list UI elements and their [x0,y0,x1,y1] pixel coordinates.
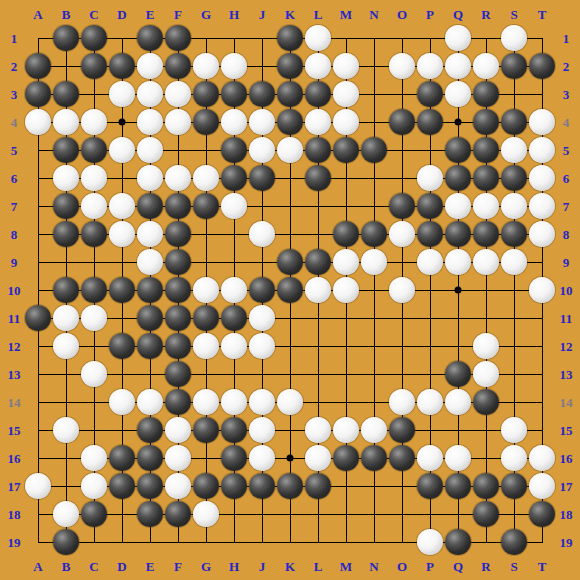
stone-black[interactable] [417,473,443,499]
stone-black[interactable] [277,473,303,499]
stone-white[interactable] [53,333,79,359]
stone-white[interactable] [137,53,163,79]
stone-black[interactable] [277,53,303,79]
stone-black[interactable] [109,333,135,359]
stone-white[interactable] [109,137,135,163]
stone-white[interactable] [137,249,163,275]
row-label-left-4: 4 [11,116,18,129]
stone-black[interactable] [165,361,191,387]
stone-white[interactable] [333,249,359,275]
col-label-bottom-F: F [174,560,182,573]
stone-white[interactable] [529,165,555,191]
stone-black[interactable] [305,81,331,107]
col-label-bottom-M: M [340,560,352,573]
stone-black[interactable] [417,193,443,219]
row-label-left-19: 19 [8,536,21,549]
stone-black[interactable] [193,109,219,135]
stone-white[interactable] [445,193,471,219]
stone-black[interactable] [445,137,471,163]
stone-black[interactable] [473,221,499,247]
stone-white[interactable] [501,445,527,471]
stone-black[interactable] [389,417,415,443]
stone-white[interactable] [249,109,275,135]
stone-black[interactable] [25,305,51,331]
stone-black[interactable] [137,305,163,331]
row-label-left-10: 10 [8,284,21,297]
stone-black[interactable] [193,473,219,499]
stone-white[interactable] [193,333,219,359]
stone-white[interactable] [81,109,107,135]
stone-black[interactable] [109,445,135,471]
col-label-bottom-J: J [259,560,266,573]
stone-black[interactable] [501,221,527,247]
stone-white[interactable] [53,165,79,191]
stone-black[interactable] [221,417,247,443]
col-label-bottom-O: O [397,560,407,573]
stone-black[interactable] [165,25,191,51]
stone-white[interactable] [361,417,387,443]
stone-white[interactable] [417,165,443,191]
stone-black[interactable] [109,53,135,79]
col-label-bottom-T: T [538,560,547,573]
row-label-left-18: 18 [8,508,21,521]
stone-white[interactable] [417,529,443,555]
stone-black[interactable] [165,389,191,415]
stone-white[interactable] [529,221,555,247]
stone-white[interactable] [529,277,555,303]
stone-white[interactable] [473,361,499,387]
stone-black[interactable] [501,473,527,499]
stone-white[interactable] [361,249,387,275]
stone-black[interactable] [417,109,443,135]
stone-white[interactable] [445,445,471,471]
stone-white[interactable] [193,389,219,415]
stone-black[interactable] [501,53,527,79]
stone-white[interactable] [473,53,499,79]
row-label-right-18: 18 [560,508,573,521]
row-label-right-4: 4 [563,116,570,129]
stone-black[interactable] [81,25,107,51]
col-label-bottom-Q: Q [453,560,463,573]
col-label-top-O: O [397,8,407,21]
stone-white[interactable] [501,193,527,219]
stone-black[interactable] [277,25,303,51]
row-label-left-17: 17 [8,480,21,493]
stone-black[interactable] [305,137,331,163]
row-label-right-12: 12 [560,340,573,353]
row-label-left-6: 6 [11,172,18,185]
stone-black[interactable] [389,445,415,471]
stone-black[interactable] [25,81,51,107]
stone-black[interactable] [221,137,247,163]
row-label-left-7: 7 [11,200,18,213]
stone-black[interactable] [53,81,79,107]
stone-black[interactable] [193,81,219,107]
col-label-bottom-K: K [285,560,295,573]
stone-black[interactable] [361,137,387,163]
stone-white[interactable] [389,221,415,247]
stone-white[interactable] [221,389,247,415]
row-label-left-15: 15 [8,424,21,437]
stone-white[interactable] [333,53,359,79]
stone-white[interactable] [109,193,135,219]
stone-white[interactable] [529,473,555,499]
row-label-left-3: 3 [11,88,18,101]
row-label-left-5: 5 [11,144,18,157]
stone-white[interactable] [529,137,555,163]
stone-black[interactable] [445,221,471,247]
stone-black[interactable] [445,361,471,387]
col-label-bottom-L: L [314,560,323,573]
stone-white[interactable] [389,53,415,79]
stone-black[interactable] [473,109,499,135]
stone-black[interactable] [165,501,191,527]
stone-black[interactable] [165,333,191,359]
stone-white[interactable] [277,389,303,415]
stone-white[interactable] [501,137,527,163]
stone-black[interactable] [137,25,163,51]
stone-white[interactable] [501,25,527,51]
col-label-bottom-P: P [426,560,434,573]
stone-white[interactable] [389,277,415,303]
stone-white[interactable] [193,501,219,527]
col-label-bottom-C: C [89,560,98,573]
row-label-left-11: 11 [8,312,20,325]
stone-white[interactable] [165,109,191,135]
row-label-left-13: 13 [8,368,21,381]
stone-black[interactable] [501,165,527,191]
col-label-top-P: P [426,8,434,21]
row-label-right-5: 5 [563,144,570,157]
stone-black[interactable] [417,221,443,247]
stone-white[interactable] [389,389,415,415]
stone-black[interactable] [389,109,415,135]
col-label-bottom-A: A [33,560,42,573]
stone-black[interactable] [473,473,499,499]
stone-white[interactable] [529,193,555,219]
stone-white[interactable] [333,109,359,135]
stone-black[interactable] [221,445,247,471]
stone-black[interactable] [417,81,443,107]
stone-white[interactable] [445,389,471,415]
stone-black[interactable] [53,221,79,247]
col-label-top-L: L [314,8,323,21]
stone-white[interactable] [25,109,51,135]
stone-white[interactable] [221,193,247,219]
stone-black[interactable] [305,473,331,499]
star-point-K16 [287,455,294,462]
stone-black[interactable] [165,193,191,219]
stone-white[interactable] [249,305,275,331]
stone-white[interactable] [249,333,275,359]
stone-white[interactable] [249,221,275,247]
stone-white[interactable] [529,445,555,471]
stone-black[interactable] [137,501,163,527]
stone-black[interactable] [501,109,527,135]
stone-black[interactable] [249,473,275,499]
stone-black[interactable] [389,193,415,219]
col-label-bottom-G: G [201,560,211,573]
stone-white[interactable] [333,81,359,107]
row-label-left-12: 12 [8,340,21,353]
stone-white[interactable] [193,165,219,191]
stone-white[interactable] [165,417,191,443]
col-label-top-M: M [340,8,352,21]
row-label-right-11: 11 [560,312,572,325]
stone-white[interactable] [165,473,191,499]
stone-black[interactable] [53,25,79,51]
stone-white[interactable] [165,165,191,191]
stone-white[interactable] [417,249,443,275]
stone-white[interactable] [249,417,275,443]
stone-white[interactable] [249,445,275,471]
stone-white[interactable] [277,137,303,163]
stone-black[interactable] [193,193,219,219]
col-label-top-F: F [174,8,182,21]
row-label-right-15: 15 [560,424,573,437]
col-label-top-E: E [146,8,155,21]
stone-white[interactable] [221,333,247,359]
stone-white[interactable] [305,109,331,135]
stone-black[interactable] [165,277,191,303]
stone-black[interactable] [221,305,247,331]
stone-white[interactable] [137,165,163,191]
stone-white[interactable] [305,25,331,51]
stone-white[interactable] [333,417,359,443]
stone-black[interactable] [221,473,247,499]
stone-black[interactable] [53,193,79,219]
stone-white[interactable] [53,417,79,443]
stone-black[interactable] [25,53,51,79]
row-label-left-8: 8 [11,228,18,241]
stone-black[interactable] [137,417,163,443]
stone-black[interactable] [277,109,303,135]
col-label-top-R: R [481,8,490,21]
stone-black[interactable] [529,53,555,79]
stone-black[interactable] [109,277,135,303]
stone-white[interactable] [501,417,527,443]
stone-black[interactable] [165,249,191,275]
stone-white[interactable] [473,249,499,275]
stone-white[interactable] [249,137,275,163]
stone-black[interactable] [249,277,275,303]
stone-white[interactable] [81,165,107,191]
col-label-top-T: T [538,8,547,21]
row-label-right-16: 16 [560,452,573,465]
row-label-right-13: 13 [560,368,573,381]
stone-white[interactable] [473,333,499,359]
stone-white[interactable] [109,389,135,415]
col-label-top-Q: Q [453,8,463,21]
col-label-bottom-E: E [146,560,155,573]
row-label-right-6: 6 [563,172,570,185]
col-label-top-K: K [285,8,295,21]
stone-white[interactable] [445,53,471,79]
stone-black[interactable] [249,81,275,107]
stone-white[interactable] [137,81,163,107]
stone-white[interactable] [25,473,51,499]
go-board[interactable]: AA11BB22CC33DD44EE55FF66GG77HH88JJ99KK10… [0,0,580,580]
stone-white[interactable] [333,277,359,303]
stone-black[interactable] [445,473,471,499]
stone-black[interactable] [165,305,191,331]
col-label-top-H: H [229,8,239,21]
col-label-top-D: D [117,8,126,21]
stone-white[interactable] [53,109,79,135]
col-label-top-G: G [201,8,211,21]
stone-black[interactable] [165,53,191,79]
stone-white[interactable] [221,109,247,135]
stone-white[interactable] [81,445,107,471]
stone-black[interactable] [361,221,387,247]
stone-white[interactable] [305,417,331,443]
stone-black[interactable] [81,277,107,303]
stone-black[interactable] [137,333,163,359]
stone-black[interactable] [81,501,107,527]
stone-black[interactable] [137,445,163,471]
stone-white[interactable] [221,53,247,79]
stone-black[interactable] [137,193,163,219]
row-label-right-8: 8 [563,228,570,241]
col-label-top-J: J [259,8,266,21]
stone-white[interactable] [53,501,79,527]
stone-black[interactable] [137,277,163,303]
stone-black[interactable] [445,529,471,555]
stone-black[interactable] [249,165,275,191]
stone-white[interactable] [445,25,471,51]
star-point-Q4 [455,119,462,126]
col-label-bottom-R: R [481,560,490,573]
stone-white[interactable] [109,221,135,247]
row-label-right-7: 7 [563,200,570,213]
col-label-bottom-D: D [117,560,126,573]
row-label-right-19: 19 [560,536,573,549]
row-label-left-1: 1 [11,32,18,45]
stone-white[interactable] [417,445,443,471]
star-point-D4 [119,119,126,126]
col-label-top-N: N [369,8,378,21]
row-label-right-9: 9 [563,256,570,269]
stone-white[interactable] [193,277,219,303]
stone-black[interactable] [81,53,107,79]
row-label-right-10: 10 [560,284,573,297]
stone-white[interactable] [137,389,163,415]
row-label-left-16: 16 [8,452,21,465]
stone-white[interactable] [445,249,471,275]
stone-black[interactable] [193,305,219,331]
stone-black[interactable] [305,165,331,191]
stone-black[interactable] [333,221,359,247]
stone-black[interactable] [81,137,107,163]
row-label-right-2: 2 [563,60,570,73]
stone-white[interactable] [165,81,191,107]
stone-white[interactable] [417,389,443,415]
row-label-left-14: 14 [8,396,21,409]
stone-black[interactable] [473,389,499,415]
stone-white[interactable] [193,53,219,79]
stone-white[interactable] [137,109,163,135]
col-label-bottom-H: H [229,560,239,573]
stone-black[interactable] [529,501,555,527]
col-label-top-B: B [62,8,71,21]
stone-black[interactable] [333,445,359,471]
stone-white[interactable] [53,305,79,331]
stone-black[interactable] [305,249,331,275]
star-point-Q10 [455,287,462,294]
stone-white[interactable] [305,445,331,471]
stone-black[interactable] [221,81,247,107]
row-label-right-17: 17 [560,480,573,493]
row-label-left-2: 2 [11,60,18,73]
stone-black[interactable] [501,529,527,555]
stone-white[interactable] [501,249,527,275]
stone-black[interactable] [473,137,499,163]
stone-white[interactable] [249,389,275,415]
stone-white[interactable] [81,473,107,499]
stone-black[interactable] [137,473,163,499]
stone-black[interactable] [277,81,303,107]
stone-white[interactable] [137,221,163,247]
stone-white[interactable] [81,193,107,219]
stone-black[interactable] [277,277,303,303]
stone-white[interactable] [81,361,107,387]
stone-black[interactable] [473,81,499,107]
stone-white[interactable] [221,277,247,303]
stone-black[interactable] [473,165,499,191]
col-label-top-A: A [33,8,42,21]
stone-black[interactable] [277,249,303,275]
stone-black[interactable] [473,501,499,527]
row-label-left-9: 9 [11,256,18,269]
stone-white[interactable] [445,81,471,107]
stone-white[interactable] [109,81,135,107]
stone-white[interactable] [417,53,443,79]
stone-black[interactable] [221,165,247,191]
col-label-bottom-B: B [62,560,71,573]
row-label-right-14: 14 [560,396,573,409]
stone-black[interactable] [109,473,135,499]
stone-white[interactable] [305,53,331,79]
col-label-top-S: S [510,8,517,21]
stone-white[interactable] [165,445,191,471]
stone-black[interactable] [53,529,79,555]
stone-black[interactable] [53,137,79,163]
col-label-bottom-S: S [510,560,517,573]
stone-white[interactable] [529,109,555,135]
col-label-top-C: C [89,8,98,21]
row-label-right-1: 1 [563,32,570,45]
row-label-right-3: 3 [563,88,570,101]
stone-black[interactable] [193,417,219,443]
stone-white[interactable] [305,277,331,303]
stone-black[interactable] [361,445,387,471]
stone-black[interactable] [445,165,471,191]
col-label-bottom-N: N [369,560,378,573]
stone-black[interactable] [81,221,107,247]
stone-black[interactable] [53,277,79,303]
stone-black[interactable] [333,137,359,163]
stone-white[interactable] [473,193,499,219]
stone-black[interactable] [165,221,191,247]
stone-white[interactable] [137,137,163,163]
stone-white[interactable] [81,305,107,331]
